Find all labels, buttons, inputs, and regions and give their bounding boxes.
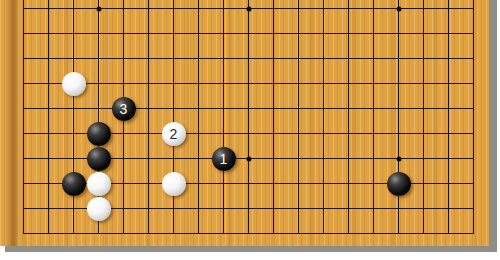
black-stone-J4-move-1: 1 [212,147,236,171]
white-stone-C7 [62,72,86,96]
grid-line-horizontal [23,33,474,34]
black-stone-C3 [62,172,86,196]
white-stone-D3 [87,172,111,196]
grid-line-vertical [48,0,49,234]
go-diagram: 321 [0,0,500,260]
grid-line-vertical [298,0,299,234]
grid-line-horizontal [23,233,474,234]
black-stone-E6-move-3: 3 [112,97,136,121]
black-stone-Q3 [387,172,411,196]
grid-line-vertical [248,0,249,234]
star-point [246,156,251,161]
white-stone-G5-move-2: 2 [162,122,186,146]
grid-line-horizontal [23,58,474,59]
black-stone-D4 [87,147,111,171]
grid-line-vertical [198,0,199,234]
grid-line-vertical [373,0,374,234]
black-stone-D5 [87,122,111,146]
grid-line-vertical [73,0,74,234]
grid-line-vertical [323,0,324,234]
grid-line-vertical [398,0,399,234]
wood-grain-band [6,0,20,246]
white-stone-D2 [87,197,111,221]
star-point [96,6,101,11]
grid-line-vertical [348,0,349,234]
grid-line-vertical [423,0,424,234]
grid-line-vertical [148,0,149,234]
grid-line-vertical [173,0,174,234]
star-point [246,6,251,11]
grid-line-vertical [448,0,449,234]
white-stone-G3 [162,172,186,196]
star-point [396,156,401,161]
board-shadow-right [489,0,497,252]
grid-line-vertical [273,0,274,234]
grid-line-vertical [473,0,474,234]
board-shadow-bottom [5,246,497,252]
go-board[interactable]: 321 [0,0,489,246]
grid-line-horizontal [23,83,474,84]
grid-line-vertical [223,0,224,234]
star-point [396,6,401,11]
grid-line-vertical [23,0,24,234]
grid-line-horizontal [23,108,474,109]
